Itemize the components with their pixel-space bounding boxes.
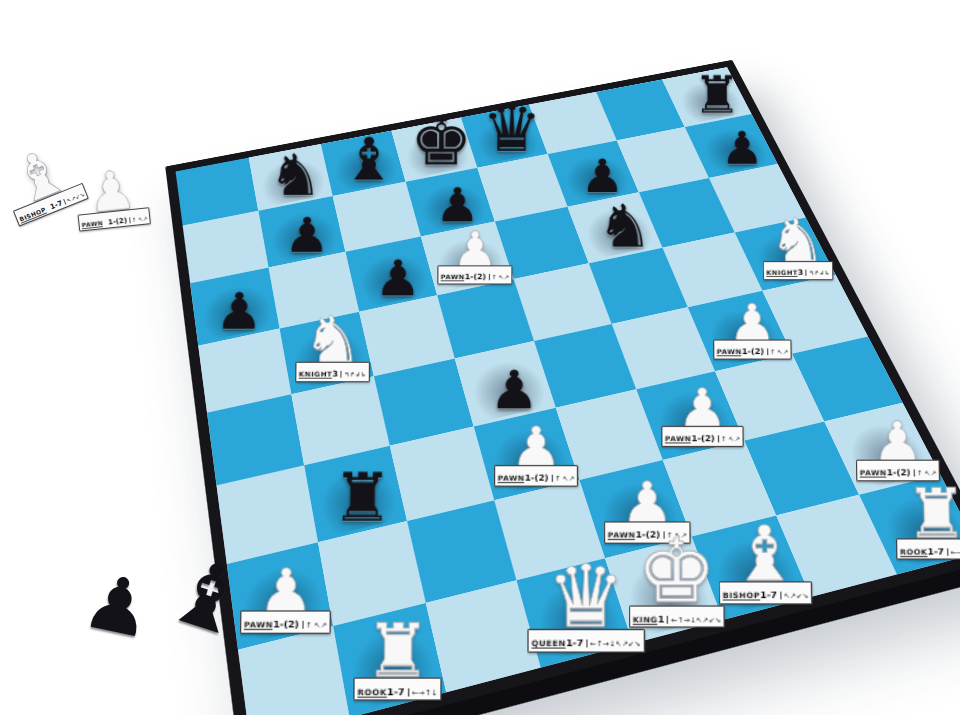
chess-set-photo: ♞♝♚♛♜♟♟♟♟♟♟♟PAWN1-(2)↑ ↖↗♞♞KNIGHT3↰↱↲↳♞K… [0,0,960,715]
white-pawn-f3[interactable]: ♟PAWN1-(2)↑ ↖↗ [661,384,744,448]
square-e8[interactable]: ♛ [461,105,548,168]
white-bishop-f1[interactable]: ♝BISHOP1-7↖↗↙↘ [718,520,813,605]
pawn-base-label: PAWN1-(2)↑ ↖↗ [437,266,512,285]
black-pawn-glyph: ♟ [78,566,159,647]
chess-board: ♞♝♚♛♜♟♟♟♟♟♟♟PAWN1-(2)↑ ↖↗♞♞KNIGHT3↰↱↲↳♞K… [165,60,960,715]
black-queen-e8[interactable]: ♛ [482,100,542,158]
black-pawn-b7[interactable]: ♟ [284,213,330,257]
pawn-icon: ♟ [489,365,539,414]
rook-icon: ♜ [331,467,394,528]
pawn-base-label: PAWN1-(2)↑ ↖↗ [240,611,331,634]
black-rook-b3[interactable]: ♜ [331,467,394,528]
white-rook-b1[interactable]: ♜ROOK1-7←→↑↓ [353,617,442,701]
square-c8[interactable]: ♝ [321,131,406,196]
rook-base-label: ROOK1-7←→↑↓ [353,677,442,701]
captured-black-pawn[interactable]: ♟ [78,566,159,647]
pawn-icon: ♟ [284,213,330,257]
white-rook-h1[interactable]: ♜ROOK1-7←→↑↓ [895,483,960,560]
square-d1[interactable]: ♛QUEEN1-7←↑→↓↖↗↙↘ [516,558,632,667]
rook-base-label: ROOK1-7←→↑↓ [896,538,960,560]
rook-icon: ♜ [904,483,960,545]
white-queen-d1[interactable]: ♛QUEEN1-7←↑→↓↖↗↙↘ [527,557,644,652]
white-knight-h5[interactable]: ♞KNIGHT3↰↱↲↳ [762,212,833,280]
king-icon: ♚ [636,532,718,612]
knight-icon: ♞ [268,148,323,201]
black-rook-h8[interactable]: ♜ [692,71,741,118]
captured-white-pawn[interactable]: ♟ PAWN 1-(2)↑ ↖↗ [73,164,151,231]
black-king-d8[interactable]: ♚ [410,112,473,173]
black-pawn-c6[interactable]: ♟ [374,255,421,301]
pawn-icon: ♟ [720,127,763,169]
square-b5[interactable]: ♞KNIGHT3↰↱↲↳ [280,312,374,395]
rook-icon: ♜ [692,71,741,118]
black-knight-b8[interactable]: ♞ [268,148,323,201]
square-b3[interactable]: ♜ [304,446,407,543]
white-pawn-h2[interactable]: ♟PAWN1-(2)↑ ↖↗ [855,417,940,482]
white-pawn-d3[interactable]: ♟PAWN1-(2)↑ ↖↗ [494,422,578,487]
knight-base-label: KNIGHT3↰↱↲↳ [763,262,833,281]
pawn-icon: ♟ [215,288,263,335]
queen-icon: ♛ [482,100,542,158]
knight-icon: ♞ [302,310,363,369]
black-pawn-a6[interactable]: ♟ [215,288,263,335]
square-c1[interactable] [426,580,541,692]
pawn-icon: ♟ [374,255,421,301]
square-d6[interactable]: ♟PAWN1-(2)↑ ↖↗ [421,221,514,295]
knight-base-label: KNIGHT3↰↱↲↳ [295,362,370,382]
knight-icon: ♞ [597,198,653,253]
square-b8[interactable]: ♞ [249,144,333,211]
black-pawn-h7[interactable]: ♟ [720,127,763,169]
bishop-base-label: BISHOP1-7↖↗↙↘ [719,582,813,605]
pawn-base-label: PAWN1-(2)↑ ↖↗ [713,340,792,360]
white-knight-b5[interactable]: ♞KNIGHT3↰↱↲↳ [295,310,370,383]
square-h1[interactable]: ♜ROOK1-7←→↑↓ [859,475,960,575]
white-pawn-d6[interactable]: ♟PAWN1-(2)↑ ↖↗ [437,227,512,284]
white-pawn-g4[interactable]: ♟PAWN1-(2)↑ ↖↗ [713,300,792,360]
black-pawn-d4[interactable]: ♟ [489,365,539,414]
bishop-icon: ♝ [341,133,397,187]
knight-icon: ♞ [768,212,826,268]
square-b1[interactable]: ♜ROOK1-7←→↑↓ [333,603,446,715]
queen-icon: ♛ [546,557,626,636]
pawn-base-label: PAWN1-(2)↑ ↖↗ [494,466,578,487]
king-icon: ♚ [410,112,473,173]
pawn-base-label: PAWN1-(2)↑ ↖↗ [661,426,744,447]
square-d8[interactable]: ♚ [391,118,477,182]
rook-icon: ♜ [364,617,432,685]
queen-base-label: QUEEN1-7←↑→↓↖↗↙↘ [527,628,644,652]
bishop-icon: ♝ [729,520,801,590]
black-knight-f6[interactable]: ♞ [597,198,653,253]
black-bishop-c8[interactable]: ♝ [341,133,397,187]
square-d3[interactable]: ♟PAWN1-(2)↑ ↖↗ [474,408,580,501]
